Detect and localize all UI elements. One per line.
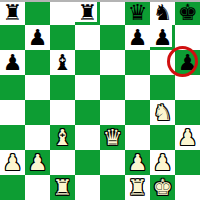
square-h2[interactable]	[175, 150, 200, 175]
square-h5[interactable]	[175, 75, 200, 100]
square-b1[interactable]	[25, 175, 50, 200]
square-a8[interactable]: ♜	[0, 0, 25, 25]
square-b3[interactable]	[25, 125, 50, 150]
piece-white-pawn-h3[interactable]: ♟	[175, 125, 200, 150]
square-b6[interactable]	[25, 50, 50, 75]
square-e6[interactable]	[100, 50, 125, 75]
piece-white-pawn-b2[interactable]: ♟	[25, 150, 50, 175]
piece-black-pawn-g7[interactable]: ♟	[150, 25, 175, 50]
piece-white-queen-e3[interactable]: ♛	[100, 125, 125, 150]
piece-black-queen-f8[interactable]: ♛	[125, 0, 150, 25]
square-f4[interactable]	[125, 100, 150, 125]
piece-white-pawn-f2[interactable]: ♟	[125, 150, 150, 175]
square-b2[interactable]: ♟	[25, 150, 50, 175]
square-e1[interactable]	[100, 175, 125, 200]
square-d1[interactable]	[75, 175, 100, 200]
square-f7[interactable]: ♟	[125, 25, 150, 50]
square-b7[interactable]: ♟	[25, 25, 50, 50]
square-b8[interactable]	[25, 0, 50, 25]
square-f6[interactable]	[125, 50, 150, 75]
square-c6[interactable]: ♝	[50, 50, 75, 75]
piece-white-rook-c1[interactable]: ♜	[50, 175, 75, 200]
square-d5[interactable]	[75, 75, 100, 100]
piece-white-rook-f1[interactable]: ♜	[125, 175, 150, 200]
square-e2[interactable]	[100, 150, 125, 175]
square-c8[interactable]	[50, 0, 75, 25]
square-a4[interactable]	[0, 100, 25, 125]
square-h6[interactable]: ♟	[175, 50, 200, 75]
piece-black-pawn-f7[interactable]: ♟	[125, 25, 150, 50]
square-h7[interactable]	[175, 25, 200, 50]
square-a1[interactable]	[0, 175, 25, 200]
piece-white-pawn-g2[interactable]: ♟	[150, 150, 175, 175]
square-g1[interactable]: ♚	[150, 175, 175, 200]
square-g2[interactable]: ♟	[150, 150, 175, 175]
square-e5[interactable]	[100, 75, 125, 100]
square-c1[interactable]: ♜	[50, 175, 75, 200]
square-g8[interactable]: ♞	[150, 0, 175, 25]
square-d6[interactable]	[75, 50, 100, 75]
square-d2[interactable]	[75, 150, 100, 175]
chess-board: ♜♜♛♞♚♟♟♟♟♝♟♞♝♛♟♟♟♟♟♜♜♚	[0, 0, 200, 200]
square-a6[interactable]: ♟	[0, 50, 25, 75]
piece-white-pawn-a2[interactable]: ♟	[0, 150, 25, 175]
square-c2[interactable]	[50, 150, 75, 175]
square-d8[interactable]: ♜	[75, 0, 100, 25]
piece-white-bishop-c3[interactable]: ♝	[50, 125, 75, 150]
square-g6[interactable]	[150, 50, 175, 75]
square-d4[interactable]	[75, 100, 100, 125]
piece-black-rook-d8[interactable]: ♜	[75, 0, 100, 25]
piece-black-pawn-a6[interactable]: ♟	[0, 50, 25, 75]
square-c5[interactable]	[50, 75, 75, 100]
square-f1[interactable]: ♜	[125, 175, 150, 200]
square-a2[interactable]: ♟	[0, 150, 25, 175]
square-c7[interactable]	[50, 25, 75, 50]
square-c4[interactable]	[50, 100, 75, 125]
piece-black-bishop-c6[interactable]: ♝	[50, 50, 75, 75]
piece-black-rook-a8[interactable]: ♜	[0, 0, 25, 25]
square-e7[interactable]	[100, 25, 125, 50]
square-g5[interactable]	[150, 75, 175, 100]
square-b5[interactable]	[25, 75, 50, 100]
square-d3[interactable]	[75, 125, 100, 150]
piece-white-knight-g4[interactable]: ♞	[150, 100, 175, 125]
square-d7[interactable]	[75, 25, 100, 50]
square-e4[interactable]	[100, 100, 125, 125]
piece-white-king-g1[interactable]: ♚	[150, 175, 175, 200]
square-h3[interactable]: ♟	[175, 125, 200, 150]
piece-black-pawn-b7[interactable]: ♟	[25, 25, 50, 50]
square-g3[interactable]	[150, 125, 175, 150]
square-c3[interactable]: ♝	[50, 125, 75, 150]
square-b4[interactable]	[25, 100, 50, 125]
square-f8[interactable]: ♛	[125, 0, 150, 25]
square-a7[interactable]	[0, 25, 25, 50]
square-e3[interactable]: ♛	[100, 125, 125, 150]
square-f3[interactable]	[125, 125, 150, 150]
square-f5[interactable]	[125, 75, 150, 100]
square-f2[interactable]: ♟	[125, 150, 150, 175]
square-h1[interactable]	[175, 175, 200, 200]
square-g4[interactable]: ♞	[150, 100, 175, 125]
square-a5[interactable]	[0, 75, 25, 100]
square-a3[interactable]	[0, 125, 25, 150]
piece-black-pawn-h6[interactable]: ♟	[175, 50, 200, 75]
board-top-edge	[0, 0, 200, 2]
piece-black-knight-g8[interactable]: ♞	[150, 0, 175, 25]
piece-black-king-h8[interactable]: ♚	[175, 0, 200, 25]
square-h8[interactable]: ♚	[175, 0, 200, 25]
square-e8[interactable]	[100, 0, 125, 25]
square-g7[interactable]: ♟	[150, 25, 175, 50]
square-h4[interactable]	[175, 100, 200, 125]
